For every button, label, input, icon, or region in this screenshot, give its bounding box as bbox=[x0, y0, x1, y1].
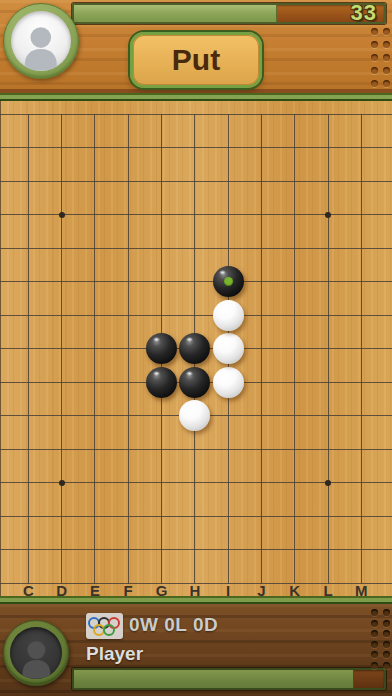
column-label: J bbox=[250, 582, 272, 596]
column-label: L bbox=[317, 582, 339, 596]
stone-black-H8 bbox=[179, 333, 210, 364]
player-bar: 0W 0L 0D Player bbox=[0, 604, 392, 696]
screw-holes-top bbox=[371, 28, 390, 87]
board-frame-bottom bbox=[0, 596, 392, 604]
grid-line bbox=[128, 114, 129, 584]
column-label: I bbox=[217, 582, 239, 596]
move-timer-fill bbox=[74, 5, 277, 22]
column-label: C bbox=[17, 582, 39, 596]
star-point bbox=[325, 212, 331, 218]
column-label: H bbox=[184, 582, 206, 596]
opponent-bar: 33 Put bbox=[0, 0, 392, 93]
column-label: K bbox=[284, 582, 306, 596]
star-point bbox=[325, 480, 331, 486]
stone-white-H6 bbox=[179, 400, 210, 431]
olympic-rings-icon bbox=[86, 613, 123, 639]
column-label: M bbox=[350, 582, 372, 596]
grid-line bbox=[261, 114, 262, 584]
move-timer-value: 33 bbox=[351, 3, 377, 24]
opponent-avatar bbox=[3, 3, 79, 79]
grid-line bbox=[0, 114, 392, 115]
stone-white-I8 bbox=[213, 333, 244, 364]
grid-line bbox=[61, 114, 62, 584]
star-point bbox=[59, 480, 65, 486]
screw-holes-bottom bbox=[371, 609, 390, 669]
stone-black-H7 bbox=[179, 367, 210, 398]
stone-black-I10 bbox=[213, 266, 244, 297]
move-timer-bar: 33 bbox=[72, 3, 386, 24]
grid-line bbox=[28, 114, 29, 584]
grid-line bbox=[328, 114, 329, 584]
player-avatar bbox=[3, 620, 69, 686]
column-label: D bbox=[51, 582, 73, 596]
player-progress-bar bbox=[72, 668, 386, 690]
gomoku-app-screen: 33 Put CDEFGHIJKLM bbox=[0, 0, 392, 696]
star-point bbox=[59, 212, 65, 218]
column-label: E bbox=[84, 582, 106, 596]
column-label: F bbox=[117, 582, 139, 596]
grid-line bbox=[0, 549, 392, 550]
grid-line bbox=[0, 315, 392, 316]
player-record: 0W 0L 0D bbox=[129, 614, 218, 636]
grid-line bbox=[0, 248, 392, 249]
grid-line bbox=[0, 516, 392, 517]
grid-line bbox=[0, 281, 392, 282]
grid-line bbox=[0, 449, 392, 450]
person-silhouette-icon bbox=[10, 627, 62, 679]
player-name: Player bbox=[86, 643, 143, 665]
grid-line bbox=[0, 147, 392, 148]
player-progress-fill bbox=[74, 670, 354, 688]
game-board[interactable]: CDEFGHIJKLM bbox=[0, 101, 392, 596]
put-button[interactable]: Put bbox=[130, 32, 262, 88]
grid-line bbox=[0, 181, 392, 182]
stone-white-I7 bbox=[213, 367, 244, 398]
column-label: G bbox=[151, 582, 173, 596]
board-frame-top bbox=[0, 93, 392, 101]
last-move-marker bbox=[224, 277, 233, 286]
stone-black-G8 bbox=[146, 333, 177, 364]
stone-white-I9 bbox=[213, 300, 244, 331]
grid-line bbox=[94, 114, 95, 584]
grid-line bbox=[294, 114, 295, 584]
stone-black-G7 bbox=[146, 367, 177, 398]
grid-line bbox=[361, 114, 362, 584]
person-silhouette-icon bbox=[11, 11, 71, 71]
